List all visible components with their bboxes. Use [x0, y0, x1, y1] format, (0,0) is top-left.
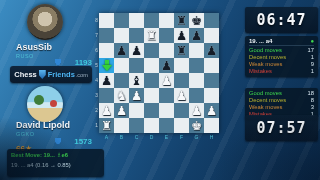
- rank-label-7: 7: [92, 28, 98, 43]
- square-b7[interactable]: [114, 28, 129, 43]
- piece-black-p-b6[interactable]: ♟: [114, 43, 129, 58]
- decent-moves-value: 1: [311, 54, 314, 61]
- piece-white-p-e4[interactable]: ♟: [159, 73, 174, 88]
- square-f4[interactable]: [174, 73, 189, 88]
- clock-top-player: 06:47: [245, 7, 318, 33]
- square-g4[interactable]: [189, 73, 204, 88]
- square-b6[interactable]: ♟: [114, 43, 129, 58]
- piece-black-b-c4[interactable]: ♝: [129, 73, 144, 88]
- good-moves-label: Good moves: [249, 47, 282, 54]
- player-meta-bottom: 66★ 1573: [16, 137, 92, 146]
- square-g7[interactable]: ♟: [189, 28, 204, 43]
- rank-label-6: 6: [92, 43, 98, 58]
- square-g2[interactable]: ♟: [189, 103, 204, 118]
- file-label-d: D: [144, 134, 159, 141]
- square-a5[interactable]: [99, 58, 114, 73]
- rank-label-2: 2: [92, 103, 98, 118]
- square-d2[interactable]: [144, 103, 159, 118]
- square-e3[interactable]: [159, 88, 174, 103]
- shield-badge-icon: [55, 59, 61, 66]
- logo-text-friends: Friends: [48, 70, 75, 79]
- square-b8[interactable]: [114, 13, 129, 28]
- piece-white-k-g1[interactable]: ♚: [189, 118, 204, 133]
- square-g1[interactable]: ♚: [189, 118, 204, 133]
- square-a1[interactable]: ♜: [99, 118, 114, 133]
- square-a4[interactable]: ♟: [99, 73, 114, 88]
- move-eval-text: 19. ... a4 (0.16 → 0.85): [11, 162, 100, 168]
- game-screen: AsusSib RUSO 30★ 1193 Chess Friends .com…: [0, 0, 320, 180]
- square-c6[interactable]: ♟: [129, 43, 144, 58]
- piece-white-r-a1[interactable]: ♜: [99, 118, 114, 133]
- clock-bottom-player: 07:57: [245, 115, 318, 141]
- piece-black-p-e5[interactable]: ♟: [159, 58, 174, 73]
- square-f2[interactable]: [174, 103, 189, 118]
- file-labels: ABCDEFGH: [99, 134, 219, 141]
- weak-moves-label: Weak moves: [249, 61, 282, 68]
- square-g8[interactable]: ♚: [189, 13, 204, 28]
- square-h1[interactable]: [204, 118, 219, 133]
- square-h2[interactable]: ♟: [204, 103, 219, 118]
- rank-label-5: 5: [92, 58, 98, 73]
- piece-black-p-h6[interactable]: ♟: [204, 43, 219, 58]
- weak-moves-value: 9: [311, 61, 314, 68]
- mistakes-label: Mistakes: [249, 68, 272, 75]
- piece-white-p-b2[interactable]: ♟: [114, 103, 129, 118]
- good-moves-label: Good moves: [249, 90, 282, 97]
- square-d6[interactable]: [144, 43, 159, 58]
- square-c1[interactable]: [129, 118, 144, 133]
- file-label-h: H: [204, 134, 219, 141]
- square-d7[interactable]: ♜: [144, 28, 159, 43]
- square-d1[interactable]: [144, 118, 159, 133]
- square-c2[interactable]: [129, 103, 144, 118]
- square-e5[interactable]: ♟: [159, 58, 174, 73]
- square-e7[interactable]: [159, 28, 174, 43]
- last-move-label: 19. ... a4: [249, 38, 272, 44]
- file-label-f: F: [174, 134, 189, 141]
- square-h7[interactable]: [204, 28, 219, 43]
- good-move-dot-icon: ●: [310, 38, 314, 44]
- square-f6[interactable]: ♜: [174, 43, 189, 58]
- decent-moves-label: Decent moves: [249, 54, 286, 61]
- piece-black-p-c6[interactable]: ♟: [129, 43, 144, 58]
- weak-moves-label: Weak moves: [249, 104, 282, 111]
- shield-icon: [39, 70, 46, 79]
- piece-white-r-d7[interactable]: ♜: [144, 28, 159, 43]
- square-f8[interactable]: ♜: [174, 13, 189, 28]
- piece-white-p-h2[interactable]: ♟: [204, 103, 219, 118]
- logo-text-com: .com: [76, 72, 88, 78]
- square-b3[interactable]: ♞: [114, 88, 129, 103]
- square-a7[interactable]: [99, 28, 114, 43]
- file-label-c: C: [129, 134, 144, 141]
- piece-black-p-f7[interactable]: ♟: [174, 28, 189, 43]
- last-move-arrow-icon: [102, 60, 112, 71]
- square-d3[interactable]: [144, 88, 159, 103]
- piece-white-p-f3[interactable]: ♟: [174, 88, 189, 103]
- square-a2[interactable]: ♟: [99, 103, 114, 118]
- square-b1[interactable]: [114, 118, 129, 133]
- piece-black-k-g8[interactable]: ♚: [189, 13, 204, 28]
- square-a3[interactable]: [99, 88, 114, 103]
- square-b5[interactable]: [114, 58, 129, 73]
- analysis-box: Best Move: 19... ♗e6 19. ... a4 (0.16 → …: [7, 149, 104, 177]
- good-moves-value: 17: [308, 47, 314, 54]
- file-label-e: E: [159, 134, 174, 141]
- rank-label-3: 3: [92, 88, 98, 103]
- piece-black-r-f8[interactable]: ♜: [174, 13, 189, 28]
- rank-label-1: 1: [92, 118, 98, 133]
- square-a8[interactable]: [99, 13, 114, 28]
- piece-black-p-a4[interactable]: ♟: [99, 73, 114, 88]
- square-f1[interactable]: [174, 118, 189, 133]
- square-c4[interactable]: ♝: [129, 73, 144, 88]
- logo-text-chess: Chess: [14, 70, 37, 79]
- piece-white-p-g2[interactable]: ♟: [189, 103, 204, 118]
- decent-moves-value: 8: [311, 97, 314, 104]
- player-name-bottom: David Lipold: [16, 120, 70, 130]
- square-h3[interactable]: [204, 88, 219, 103]
- mistakes-value: 1: [311, 68, 314, 75]
- square-b2[interactable]: ♟: [114, 103, 129, 118]
- square-e8[interactable]: [159, 13, 174, 28]
- square-c5[interactable]: [129, 58, 144, 73]
- piece-white-p-c3[interactable]: ♟: [129, 88, 144, 103]
- square-d4[interactable]: [144, 73, 159, 88]
- good-moves-value: 18: [308, 90, 314, 97]
- rank-label-4: 4: [92, 73, 98, 88]
- weak-moves-value: 3: [311, 104, 314, 111]
- shield-badge-icon: [55, 138, 61, 145]
- square-b4[interactable]: [114, 73, 129, 88]
- piece-black-r-f6[interactable]: ♜: [174, 43, 189, 58]
- player-rating-bottom: 1573: [74, 137, 92, 146]
- square-h4[interactable]: [204, 73, 219, 88]
- square-e4[interactable]: ♟: [159, 73, 174, 88]
- file-label-b: B: [114, 134, 129, 141]
- decent-moves-label: Decent moves: [249, 97, 286, 104]
- square-f5[interactable]: [174, 58, 189, 73]
- square-c3[interactable]: ♟: [129, 88, 144, 103]
- square-d5[interactable]: [144, 58, 159, 73]
- square-e2[interactable]: [159, 103, 174, 118]
- piece-white-p-a2[interactable]: ♟: [99, 103, 114, 118]
- chess-board[interactable]: ♜♚♜♟♟♟♟♜♟♟♟♝♟♞♟♟♟♟♟♟♜♚: [99, 13, 219, 133]
- square-h6[interactable]: ♟: [204, 43, 219, 58]
- piece-black-p-g7[interactable]: ♟: [189, 28, 204, 43]
- square-f7[interactable]: ♟: [174, 28, 189, 43]
- best-move-text: Best Move: 19... ♗e6: [11, 152, 100, 158]
- avatar-top-player[interactable]: [27, 4, 63, 40]
- file-label-a: A: [99, 134, 114, 141]
- square-f3[interactable]: ♟: [174, 88, 189, 103]
- square-g5[interactable]: [189, 58, 204, 73]
- square-h5[interactable]: [204, 58, 219, 73]
- avatar-bottom-player[interactable]: [27, 86, 63, 122]
- file-label-g: G: [189, 134, 204, 141]
- player-name-top: AsusSib: [16, 42, 52, 52]
- chessfriends-logo[interactable]: Chess Friends .com: [10, 66, 92, 83]
- square-a6[interactable]: [99, 43, 114, 58]
- rank-labels: 87654321: [92, 13, 98, 133]
- square-e1[interactable]: [159, 118, 174, 133]
- piece-white-n-b3[interactable]: ♞: [114, 88, 129, 103]
- square-e6[interactable]: [159, 43, 174, 58]
- square-h8[interactable]: [204, 13, 219, 28]
- stats-panel-top: 19. ... a4 ● Good moves17 Decent moves1 …: [245, 36, 318, 77]
- square-c8[interactable]: [129, 13, 144, 28]
- square-g3[interactable]: [189, 88, 204, 103]
- square-g6[interactable]: [189, 43, 204, 58]
- square-d8[interactable]: [144, 13, 159, 28]
- rank-label-8: 8: [92, 13, 98, 28]
- square-c7[interactable]: [129, 28, 144, 43]
